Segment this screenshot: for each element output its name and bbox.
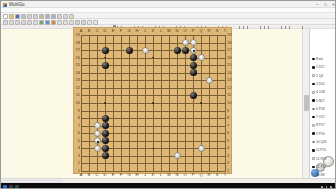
move-label: 13 P14: [316, 165, 326, 169]
coord-label-right: 7: [227, 124, 234, 128]
coord-label-left: 8: [73, 116, 80, 120]
prev-move-icon[interactable]: [15, 20, 20, 25]
black-stone-D8[interactable]: [102, 115, 109, 122]
window-title: MultiGo: [9, 2, 25, 8]
coord-label-left: 9: [73, 109, 80, 113]
number-icon[interactable]: [69, 20, 74, 25]
coord-label-right: 14: [227, 71, 234, 75]
white-stone-icon: [312, 157, 315, 160]
coord-label-bottom: H: [133, 173, 141, 177]
black-stone-D5[interactable]: [102, 137, 109, 144]
coord-label-right: 6: [227, 131, 234, 135]
move-list-item[interactable]: 6 P18: [310, 107, 336, 111]
grid-line-h: [81, 80, 226, 81]
hoshi-point: [104, 102, 106, 104]
fast-back-icon[interactable]: [9, 20, 14, 25]
coord-label-right: 9: [227, 109, 234, 113]
white-stone-C5[interactable]: [94, 137, 101, 144]
white-stone-icon: [312, 108, 315, 111]
move-label: 9 P16: [316, 132, 324, 136]
white-stone-icon: [312, 141, 315, 144]
black-stone-P14[interactable]: [190, 69, 197, 76]
white-stone-P18[interactable]: [190, 39, 197, 46]
fast-forward-icon[interactable]: [27, 20, 32, 25]
coord-label-top: N: [173, 29, 181, 33]
system-tray-icons[interactable]: [321, 186, 335, 188]
coord-label-right: 12: [227, 86, 234, 90]
move-label: 5 N17: [316, 99, 325, 103]
move-list-item[interactable]: 9 P16: [310, 132, 336, 136]
setup-icon[interactable]: [93, 20, 98, 25]
white-stone-J17[interactable]: [142, 47, 149, 54]
move-list-item[interactable]: 14 N3: [310, 173, 336, 177]
open-file-icon[interactable]: [9, 14, 14, 19]
coord-label-left: 7: [73, 124, 80, 128]
black-stone-P16[interactable]: [190, 54, 197, 61]
grid-line-h: [81, 163, 226, 164]
coord-label-left: 13: [73, 78, 80, 82]
coord-label-top: B: [85, 29, 93, 33]
pass-icon[interactable]: [87, 20, 92, 25]
coord-label-right: 19: [227, 33, 234, 37]
move-list-item[interactable]: 10 Q16: [310, 140, 336, 144]
last-move-marker: [128, 49, 130, 51]
coord-label-bottom: E: [109, 173, 117, 177]
board-large-icon[interactable]: [51, 20, 56, 25]
coord-label-left: 5: [73, 139, 80, 143]
white-stone-P17[interactable]: [190, 47, 197, 54]
grid-line-h: [81, 73, 226, 74]
coord-label-left: 1: [73, 169, 80, 173]
mark-icon[interactable]: [57, 20, 62, 25]
cut-icon[interactable]: [27, 14, 32, 19]
move-label: 14 N3: [316, 173, 325, 177]
coord-label-top: O: [181, 29, 189, 33]
coord-label-bottom: C: [93, 173, 101, 177]
vertical-scrollbar[interactable]: [302, 29, 309, 178]
white-stone-N3[interactable]: [174, 152, 181, 159]
white-stone-icon: [312, 174, 315, 177]
coord-label-right: 16: [227, 56, 234, 60]
first-move-icon[interactable]: [3, 20, 8, 25]
grid-line-h: [81, 43, 226, 44]
start-button-icon[interactable]: [3, 185, 7, 189]
move-list-item[interactable]: 1 D17: [310, 65, 336, 69]
coord-label-left: 3: [73, 154, 80, 158]
black-stone-icon: [312, 58, 315, 61]
redo-icon[interactable]: [51, 14, 56, 19]
black-stone-O17[interactable]: [182, 47, 189, 54]
move-list-item[interactable]: 2 Q4: [310, 74, 336, 78]
white-stone-C6[interactable]: [94, 130, 101, 137]
black-stone-D6[interactable]: [102, 130, 109, 137]
paste-icon[interactable]: [39, 14, 44, 19]
move-list-item[interactable]: 4 O18: [310, 90, 336, 94]
move-list-item[interactable]: 8 P17: [310, 123, 336, 127]
goban[interactable]: AABBCCDDEEFFGGHHJJKKLLMMNNOOPPQQRRSSTT19…: [73, 27, 232, 174]
app-window: MultiGo ─ □ ✕ 文件(F)编辑(E)查看(V)移动(M)工具(T)窗…: [0, 0, 336, 189]
copy-icon[interactable]: [33, 14, 38, 19]
coord-label-left: 15: [73, 63, 80, 67]
move-list-item[interactable]: 7 O17: [310, 115, 336, 119]
title-bar: MultiGo ─ □ ✕: [1, 1, 336, 8]
taskbar-app-icon-2[interactable]: [15, 185, 19, 189]
help-icon[interactable]: [69, 14, 74, 19]
coord-label-bottom: L: [157, 173, 165, 177]
move-list-item[interactable]: 13 P14: [310, 165, 336, 169]
move-label: 11 P15: [316, 148, 326, 152]
white-stone-R13[interactable]: [206, 77, 213, 84]
coord-label-top: G: [125, 29, 133, 33]
coord-label-top: J: [141, 29, 149, 33]
move-label: 4 O18: [316, 90, 325, 94]
move-label: 8 P17: [316, 123, 324, 127]
coord-label-left: 11: [73, 93, 80, 97]
coord-label-bottom: R: [205, 173, 213, 177]
black-stone-icon: [312, 166, 315, 169]
grid-line-h: [81, 35, 226, 36]
coord-label-top: D: [101, 29, 109, 33]
maximize-button[interactable]: □: [322, 2, 329, 7]
taskbar: [1, 183, 336, 189]
black-stone-P15[interactable]: [190, 62, 197, 69]
move-label: 7 O17: [316, 115, 325, 119]
move-list-item[interactable]: 5 N17: [310, 98, 336, 102]
coord-label-right: 4: [227, 146, 234, 150]
move-list-root[interactable]: Root: [310, 57, 336, 61]
black-stone-D7[interactable]: [102, 122, 109, 129]
coord-label-right: 11: [227, 93, 234, 97]
black-stone-P11[interactable]: [190, 92, 197, 99]
coord-label-top: S: [213, 29, 221, 33]
coord-label-right: 5: [227, 139, 234, 143]
black-stone-G17[interactable]: [126, 47, 133, 54]
coord-label-bottom: B: [85, 173, 93, 177]
tree-icon[interactable]: [75, 20, 80, 25]
black-stone-icon: [312, 116, 315, 119]
coord-label-bottom: N: [173, 173, 181, 177]
coord-label-bottom: S: [213, 173, 221, 177]
coord-label-bottom: A: [77, 173, 85, 177]
coord-label-right: 17: [227, 48, 234, 52]
coord-label-right: 18: [227, 41, 234, 45]
coord-label-left: 19: [73, 33, 80, 37]
coord-label-top: F: [117, 29, 125, 33]
board-medium-icon[interactable]: [45, 20, 50, 25]
move-label: 1 D17: [316, 65, 325, 69]
move-label: 12 R13: [316, 157, 326, 161]
coord-label-top: Q: [197, 29, 205, 33]
coord-label-bottom: T: [221, 173, 229, 177]
black-stone-D4[interactable]: [102, 145, 109, 152]
undo-icon[interactable]: [45, 14, 50, 19]
board-canvas: AABBCCDDEEFFGGHHJJKKLLMMNNOOPPQQRRSSTT19…: [1, 29, 302, 178]
label-icon[interactable]: [63, 20, 68, 25]
coord-label-bottom: Q: [197, 173, 205, 177]
coord-label-bottom: K: [149, 173, 157, 177]
move-label: Root: [316, 57, 323, 61]
scrollbar-thumb[interactable]: [304, 95, 309, 111]
coord-label-top: C: [93, 29, 101, 33]
coord-label-bottom: O: [181, 173, 189, 177]
coord-label-bottom: D: [101, 173, 109, 177]
coord-label-top: E: [109, 29, 117, 33]
print-icon[interactable]: [21, 14, 26, 19]
coord-label-right: 13: [227, 78, 234, 82]
board-small-icon[interactable]: [39, 20, 44, 25]
black-stone-icon: [312, 99, 315, 102]
move-number-marker: [97, 141, 99, 143]
coord-label-left: 10: [73, 101, 80, 105]
coord-label-right: 10: [227, 101, 234, 105]
coord-label-left: 4: [73, 146, 80, 150]
hoshi-point: [152, 102, 154, 104]
next-move-icon[interactable]: [21, 20, 26, 25]
move-label: 3 D15: [316, 82, 325, 86]
coord-label-right: 1: [227, 169, 234, 173]
coord-label-right: 8: [227, 116, 234, 120]
coord-label-top: P: [189, 29, 197, 33]
coord-label-bottom: P: [189, 173, 197, 177]
hoshi-point: [152, 148, 154, 150]
new-file-icon[interactable]: [3, 14, 8, 19]
close-button[interactable]: ✕: [330, 2, 336, 7]
black-stone-icon: [312, 66, 315, 69]
white-stone-O18[interactable]: [182, 39, 189, 46]
save-icon[interactable]: [15, 14, 20, 19]
coord-label-left: 6: [73, 131, 80, 135]
white-stone-icon: [312, 91, 315, 94]
white-stone-Q4[interactable]: [198, 145, 205, 152]
coord-label-bottom: J: [141, 173, 149, 177]
coord-label-top: H: [133, 29, 141, 33]
grid-line-h: [81, 111, 226, 112]
coord-label-left: 16: [73, 56, 80, 60]
coord-label-right: 2: [227, 161, 234, 165]
white-stone-icon: [312, 124, 315, 127]
move-list-panel: Root1 D172 Q43 D154 O185 N176 P187 O178 …: [309, 29, 336, 178]
coord-label-top: R: [205, 29, 213, 33]
coord-label-right: 15: [227, 63, 234, 67]
move-label: 6 P18: [316, 107, 324, 111]
move-label: 10 Q16: [316, 140, 326, 144]
black-stone-icon: [312, 83, 315, 86]
coord-label-bottom: M: [165, 173, 173, 177]
coord-label-bottom: F: [117, 173, 125, 177]
app-icon: [3, 3, 7, 7]
last-move-icon[interactable]: [33, 20, 38, 25]
move-label: 2 Q4: [316, 74, 323, 78]
coord-label-right: 3: [227, 154, 234, 158]
coord-label-bottom: G: [125, 173, 133, 177]
black-stone-N17[interactable]: [174, 47, 181, 54]
coord-label-top: M: [165, 29, 173, 33]
grid-line-h: [81, 88, 226, 89]
black-stone-icon: [312, 132, 315, 135]
coord-label-left: 14: [73, 71, 80, 75]
move-list-item[interactable]: 3 D15: [310, 82, 336, 86]
white-stone-C4[interactable]: [94, 145, 101, 152]
white-stone-Q16[interactable]: [198, 54, 205, 61]
find-icon[interactable]: [57, 14, 62, 19]
zoom-icon[interactable]: [81, 20, 86, 25]
move-number-marker: [193, 50, 195, 52]
black-stone-D17[interactable]: [102, 47, 109, 54]
move-list-item[interactable]: 12 R13: [310, 156, 336, 160]
black-stone-icon: [312, 149, 315, 152]
coord-label-top: L: [157, 29, 165, 33]
black-stone-D15[interactable]: [102, 62, 109, 69]
move-list-item[interactable]: 11 P15: [310, 148, 336, 152]
coord-label-left: 18: [73, 41, 80, 45]
hoshi-point: [200, 102, 202, 104]
black-stone-D3[interactable]: [102, 152, 109, 159]
white-stone-C7[interactable]: [94, 122, 101, 129]
minimize-button[interactable]: ─: [314, 2, 321, 7]
coord-label-left: 12: [73, 86, 80, 90]
coord-label-left: 17: [73, 48, 80, 52]
grid-line-h: [81, 95, 226, 96]
info-icon[interactable]: [63, 14, 68, 19]
coord-label-left: 2: [73, 161, 80, 165]
white-stone-icon: [312, 74, 315, 77]
taskbar-app-icon[interactable]: [9, 185, 13, 189]
coord-label-top: K: [149, 29, 157, 33]
